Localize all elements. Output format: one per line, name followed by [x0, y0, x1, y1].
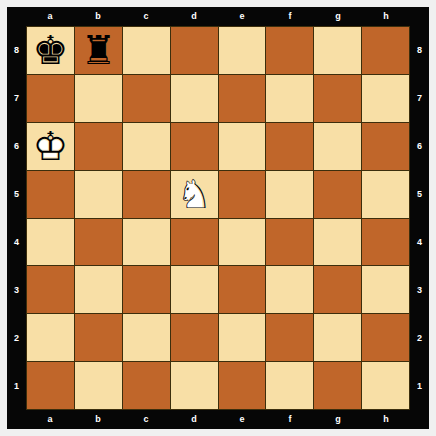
square-d5[interactable]: ♞♘	[171, 171, 218, 218]
square-g8[interactable]	[314, 27, 361, 74]
page: abcdefgh 87654321 ♚♜♚♔♞♘ 87654321 abcdef…	[0, 0, 436, 436]
square-f7[interactable]	[266, 75, 313, 122]
square-d2[interactable]	[171, 314, 218, 361]
piece-white-king[interactable]: ♚♔	[28, 124, 72, 168]
rank-label: 5	[410, 170, 429, 218]
square-a4[interactable]	[27, 219, 74, 266]
square-d6[interactable]	[171, 123, 218, 170]
square-e2[interactable]	[219, 314, 266, 361]
piece-white-knight[interactable]: ♞♘	[172, 172, 216, 216]
square-e6[interactable]	[219, 123, 266, 170]
file-label: g	[314, 410, 362, 429]
square-c6[interactable]	[123, 123, 170, 170]
square-c4[interactable]	[123, 219, 170, 266]
square-b8[interactable]: ♜	[75, 27, 122, 74]
board-frame: abcdefgh 87654321 ♚♜♚♔♞♘ 87654321 abcdef…	[7, 7, 429, 429]
white-king-outline: ♔	[28, 124, 72, 168]
square-h6[interactable]	[362, 123, 409, 170]
square-c8[interactable]	[123, 27, 170, 74]
piece-black-rook[interactable]: ♜	[76, 28, 120, 72]
rank-label: 7	[410, 74, 429, 122]
rank-label: 3	[410, 266, 429, 314]
square-b3[interactable]	[75, 266, 122, 313]
square-f3[interactable]	[266, 266, 313, 313]
square-h1[interactable]	[362, 362, 409, 409]
rank-label: 7	[7, 74, 26, 122]
file-label: f	[266, 7, 314, 26]
square-e3[interactable]	[219, 266, 266, 313]
file-label: h	[362, 7, 410, 26]
square-f8[interactable]	[266, 27, 313, 74]
frame-corner	[410, 7, 429, 26]
file-label: a	[26, 410, 74, 429]
square-c3[interactable]	[123, 266, 170, 313]
square-b4[interactable]	[75, 219, 122, 266]
square-b7[interactable]	[75, 75, 122, 122]
rank-label: 8	[410, 26, 429, 74]
rank-label: 5	[7, 170, 26, 218]
square-g6[interactable]	[314, 123, 361, 170]
square-f4[interactable]	[266, 219, 313, 266]
file-label: d	[170, 410, 218, 429]
rank-label: 1	[7, 362, 26, 410]
square-e1[interactable]	[219, 362, 266, 409]
square-a6[interactable]: ♚♔	[27, 123, 74, 170]
square-d8[interactable]	[171, 27, 218, 74]
square-g4[interactable]	[314, 219, 361, 266]
square-f2[interactable]	[266, 314, 313, 361]
square-h3[interactable]	[362, 266, 409, 313]
square-d4[interactable]	[171, 219, 218, 266]
board: ♚♜♚♔♞♘	[26, 26, 410, 410]
square-d7[interactable]	[171, 75, 218, 122]
rank-label: 6	[7, 122, 26, 170]
file-label: a	[26, 7, 74, 26]
file-label: h	[362, 410, 410, 429]
square-h4[interactable]	[362, 219, 409, 266]
piece-black-king[interactable]: ♚	[28, 28, 72, 72]
square-a1[interactable]	[27, 362, 74, 409]
file-label: e	[218, 7, 266, 26]
square-g2[interactable]	[314, 314, 361, 361]
square-g5[interactable]	[314, 171, 361, 218]
frame-corner	[7, 7, 26, 26]
square-f1[interactable]	[266, 362, 313, 409]
square-b6[interactable]	[75, 123, 122, 170]
square-h8[interactable]	[362, 27, 409, 74]
square-e5[interactable]	[219, 171, 266, 218]
frame-corner	[410, 410, 429, 429]
square-e7[interactable]	[219, 75, 266, 122]
square-g7[interactable]	[314, 75, 361, 122]
square-b1[interactable]	[75, 362, 122, 409]
frame-corner	[7, 410, 26, 429]
square-h5[interactable]	[362, 171, 409, 218]
square-f6[interactable]	[266, 123, 313, 170]
rank-label: 6	[410, 122, 429, 170]
square-a2[interactable]	[27, 314, 74, 361]
rank-label: 4	[410, 218, 429, 266]
square-g3[interactable]	[314, 266, 361, 313]
file-label: f	[266, 410, 314, 429]
file-label: b	[74, 410, 122, 429]
square-a8[interactable]: ♚	[27, 27, 74, 74]
file-label: d	[170, 7, 218, 26]
square-a7[interactable]	[27, 75, 74, 122]
square-b5[interactable]	[75, 171, 122, 218]
file-label: g	[314, 7, 362, 26]
square-g1[interactable]	[314, 362, 361, 409]
square-h7[interactable]	[362, 75, 409, 122]
square-c1[interactable]	[123, 362, 170, 409]
square-a5[interactable]	[27, 171, 74, 218]
square-c2[interactable]	[123, 314, 170, 361]
rank-label: 8	[7, 26, 26, 74]
rank-label: 2	[7, 314, 26, 362]
square-c7[interactable]	[123, 75, 170, 122]
file-label: c	[122, 410, 170, 429]
square-h2[interactable]	[362, 314, 409, 361]
rank-label: 1	[410, 362, 429, 410]
square-d1[interactable]	[171, 362, 218, 409]
square-c5[interactable]	[123, 171, 170, 218]
white-knight-outline: ♘	[172, 172, 216, 216]
rank-label: 3	[7, 266, 26, 314]
square-a3[interactable]	[27, 266, 74, 313]
square-e4[interactable]	[219, 219, 266, 266]
file-label: e	[218, 410, 266, 429]
rank-labels-right: 87654321	[410, 26, 429, 410]
square-e8[interactable]	[219, 27, 266, 74]
square-d3[interactable]	[171, 266, 218, 313]
file-label: c	[122, 7, 170, 26]
rank-labels-left: 87654321	[7, 26, 26, 410]
file-label: b	[74, 7, 122, 26]
square-f5[interactable]	[266, 171, 313, 218]
rank-label: 2	[410, 314, 429, 362]
file-labels-bottom: abcdefgh	[26, 410, 410, 429]
rank-label: 4	[7, 218, 26, 266]
square-b2[interactable]	[75, 314, 122, 361]
file-labels-top: abcdefgh	[26, 7, 410, 26]
